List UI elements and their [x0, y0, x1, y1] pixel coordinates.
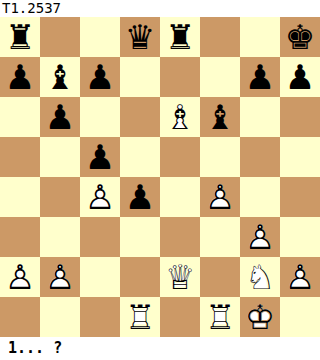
square-g4[interactable] — [240, 177, 280, 217]
piece-white-pawn[interactable]: ♟♙ — [200, 177, 240, 217]
white-piece-outline: ♖ — [200, 297, 240, 337]
square-h7[interactable]: ♟ — [280, 57, 320, 97]
piece-black-queen[interactable]: ♛ — [120, 17, 160, 57]
white-piece-outline: ♖ — [120, 297, 160, 337]
piece-white-rook[interactable]: ♜♖ — [200, 297, 240, 337]
piece-white-rook[interactable]: ♜♖ — [120, 297, 160, 337]
square-b4[interactable] — [40, 177, 80, 217]
piece-white-pawn[interactable]: ♟♙ — [280, 257, 320, 297]
square-d5[interactable] — [120, 137, 160, 177]
square-c3[interactable] — [80, 217, 120, 257]
piece-black-pawn[interactable]: ♟ — [120, 177, 160, 217]
piece-black-pawn[interactable]: ♟ — [80, 57, 120, 97]
square-b7[interactable]: ♝ — [40, 57, 80, 97]
square-f7[interactable] — [200, 57, 240, 97]
piece-black-rook[interactable]: ♜ — [0, 17, 40, 57]
white-piece-outline: ♙ — [80, 177, 120, 217]
move-prompt: 1... ? — [0, 337, 320, 360]
square-a3[interactable] — [0, 217, 40, 257]
piece-black-pawn[interactable]: ♟ — [80, 137, 120, 177]
white-piece-outline: ♔ — [240, 297, 280, 337]
square-c7[interactable]: ♟ — [80, 57, 120, 97]
square-h8[interactable]: ♚ — [280, 17, 320, 57]
piece-white-pawn[interactable]: ♟♙ — [40, 257, 80, 297]
square-e5[interactable] — [160, 137, 200, 177]
square-c6[interactable] — [80, 97, 120, 137]
piece-black-rook[interactable]: ♜ — [160, 17, 200, 57]
square-g7[interactable]: ♟ — [240, 57, 280, 97]
chess-board: ♜♛♜♚♟♝♟♟♟♟♝♗♝♟♟♙♟♟♙♟♙♟♙♟♙♛♕♞♘♟♙♜♖♜♖♚♔ — [0, 17, 320, 337]
piece-black-king[interactable]: ♚ — [280, 17, 320, 57]
piece-white-pawn[interactable]: ♟♙ — [240, 217, 280, 257]
square-a1[interactable] — [0, 297, 40, 337]
white-piece-outline: ♘ — [240, 257, 280, 297]
puzzle-id-title: T1.2537 — [0, 0, 320, 17]
piece-black-bishop[interactable]: ♝ — [200, 97, 240, 137]
square-a7[interactable]: ♟ — [0, 57, 40, 97]
square-c2[interactable] — [80, 257, 120, 297]
square-c5[interactable]: ♟ — [80, 137, 120, 177]
piece-black-pawn[interactable]: ♟ — [40, 97, 80, 137]
white-piece-outline: ♙ — [240, 217, 280, 257]
square-f8[interactable] — [200, 17, 240, 57]
square-d4[interactable]: ♟ — [120, 177, 160, 217]
square-h4[interactable] — [280, 177, 320, 217]
square-b3[interactable] — [40, 217, 80, 257]
square-h3[interactable] — [280, 217, 320, 257]
piece-white-pawn[interactable]: ♟♙ — [0, 257, 40, 297]
square-a5[interactable] — [0, 137, 40, 177]
square-e1[interactable] — [160, 297, 200, 337]
square-f3[interactable] — [200, 217, 240, 257]
square-c4[interactable]: ♟♙ — [80, 177, 120, 217]
piece-black-pawn[interactable]: ♟ — [240, 57, 280, 97]
square-g8[interactable] — [240, 17, 280, 57]
white-piece-outline: ♙ — [200, 177, 240, 217]
square-b5[interactable] — [40, 137, 80, 177]
square-e8[interactable]: ♜ — [160, 17, 200, 57]
piece-white-king[interactable]: ♚♔ — [240, 297, 280, 337]
white-piece-outline: ♙ — [280, 257, 320, 297]
square-c1[interactable] — [80, 297, 120, 337]
square-a4[interactable] — [0, 177, 40, 217]
chess-puzzle-window: T1.2537 ♜♛♜♚♟♝♟♟♟♟♝♗♝♟♟♙♟♟♙♟♙♟♙♟♙♛♕♞♘♟♙♜… — [0, 0, 320, 360]
square-h1[interactable] — [280, 297, 320, 337]
square-d7[interactable] — [120, 57, 160, 97]
square-h5[interactable] — [280, 137, 320, 177]
square-e6[interactable]: ♝♗ — [160, 97, 200, 137]
piece-black-bishop[interactable]: ♝ — [40, 57, 80, 97]
square-d8[interactable]: ♛ — [120, 17, 160, 57]
white-piece-outline: ♙ — [40, 257, 80, 297]
square-f1[interactable]: ♜♖ — [200, 297, 240, 337]
piece-white-knight[interactable]: ♞♘ — [240, 257, 280, 297]
square-e4[interactable] — [160, 177, 200, 217]
piece-white-bishop[interactable]: ♝♗ — [160, 97, 200, 137]
square-b6[interactable]: ♟ — [40, 97, 80, 137]
square-f4[interactable]: ♟♙ — [200, 177, 240, 217]
square-e7[interactable] — [160, 57, 200, 97]
piece-white-pawn[interactable]: ♟♙ — [80, 177, 120, 217]
square-g2[interactable]: ♞♘ — [240, 257, 280, 297]
square-g3[interactable]: ♟♙ — [240, 217, 280, 257]
square-d3[interactable] — [120, 217, 160, 257]
square-b2[interactable]: ♟♙ — [40, 257, 80, 297]
square-a6[interactable] — [0, 97, 40, 137]
square-h2[interactable]: ♟♙ — [280, 257, 320, 297]
white-piece-outline: ♕ — [160, 257, 200, 297]
square-a8[interactable]: ♜ — [0, 17, 40, 57]
square-f5[interactable] — [200, 137, 240, 177]
square-e3[interactable] — [160, 217, 200, 257]
square-d6[interactable] — [120, 97, 160, 137]
square-g5[interactable] — [240, 137, 280, 177]
piece-black-pawn[interactable]: ♟ — [280, 57, 320, 97]
square-d2[interactable] — [120, 257, 160, 297]
square-d1[interactable]: ♜♖ — [120, 297, 160, 337]
square-e2[interactable]: ♛♕ — [160, 257, 200, 297]
square-b1[interactable] — [40, 297, 80, 337]
piece-white-queen[interactable]: ♛♕ — [160, 257, 200, 297]
white-piece-outline: ♙ — [0, 257, 40, 297]
square-h6[interactable] — [280, 97, 320, 137]
square-b8[interactable] — [40, 17, 80, 57]
square-f2[interactable] — [200, 257, 240, 297]
square-g6[interactable] — [240, 97, 280, 137]
square-a2[interactable]: ♟♙ — [0, 257, 40, 297]
square-f6[interactable]: ♝ — [200, 97, 240, 137]
piece-black-pawn[interactable]: ♟ — [0, 57, 40, 97]
square-g1[interactable]: ♚♔ — [240, 297, 280, 337]
white-piece-outline: ♗ — [160, 97, 200, 137]
square-c8[interactable] — [80, 17, 120, 57]
